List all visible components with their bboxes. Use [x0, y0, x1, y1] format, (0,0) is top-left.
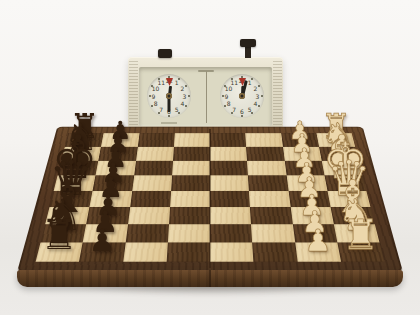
dial-tick — [185, 105, 187, 107]
clock-button-left[interactable] — [158, 49, 172, 58]
dial-numeral-9: 9 — [223, 93, 231, 100]
dial-tick — [151, 105, 153, 107]
dial-center-cap — [166, 93, 172, 99]
clock-button-right[interactable] — [240, 39, 256, 47]
square-c6[interactable] — [128, 207, 170, 224]
dial-tick — [178, 78, 180, 80]
square-g4[interactable] — [210, 147, 247, 161]
square-g6[interactable] — [136, 147, 174, 161]
dial-tick — [251, 78, 253, 80]
square-g3[interactable] — [246, 147, 284, 161]
square-h5[interactable] — [174, 133, 210, 146]
square-a5[interactable] — [166, 242, 210, 261]
dial-tick — [168, 76, 170, 78]
square-b3[interactable] — [251, 224, 295, 242]
dial-tick — [251, 112, 253, 114]
piece-white-pawn[interactable]: ♟ — [304, 226, 331, 256]
dial-tick — [158, 112, 160, 114]
dial-tick — [241, 115, 243, 117]
square-b5[interactable] — [168, 224, 210, 242]
square-a6[interactable] — [123, 242, 168, 261]
piece-black-pawn[interactable]: ♟ — [89, 226, 116, 256]
dial-tick — [258, 85, 260, 87]
square-a3[interactable] — [252, 242, 297, 261]
square-d5[interactable] — [170, 191, 210, 207]
dial-tick — [231, 112, 233, 114]
square-b6[interactable] — [125, 224, 169, 242]
square-d6[interactable] — [130, 191, 171, 207]
chess-clock: 123456789101112 123456789101112 — [128, 57, 283, 129]
square-h6[interactable] — [137, 133, 174, 146]
clock-divider — [206, 71, 207, 123]
square-e3[interactable] — [248, 175, 288, 190]
dial-tick — [178, 112, 180, 114]
square-e6[interactable] — [132, 175, 172, 190]
clock-dial-right: 123456789101112 — [220, 74, 264, 118]
dial-tick — [185, 85, 187, 87]
square-b4[interactable] — [210, 224, 252, 242]
square-f3[interactable] — [247, 161, 286, 176]
square-f6[interactable] — [134, 161, 173, 176]
dial-tick — [222, 95, 224, 97]
dial-tick — [149, 95, 151, 97]
clock-face-panel: 123456789101112 123456789101112 — [139, 67, 272, 126]
square-f5[interactable] — [172, 161, 210, 176]
piece-black-rook[interactable]: ♜ — [41, 214, 78, 256]
piece-white-rook[interactable]: ♜ — [342, 214, 379, 256]
dial-tick — [188, 95, 190, 97]
clock-rib-right — [273, 61, 282, 125]
square-d3[interactable] — [249, 191, 290, 207]
clock-text-mark — [161, 122, 177, 124]
square-e5[interactable] — [171, 175, 210, 190]
square-d4[interactable] — [210, 191, 250, 207]
dial-tick — [261, 95, 263, 97]
board-side-edge — [17, 270, 403, 287]
square-a4[interactable] — [210, 242, 254, 261]
board-side-seam — [209, 270, 211, 287]
chess-set-photo: 123456789101112 123456789101112 ♜♞♝♛♚♝♞♜… — [0, 0, 420, 315]
dial-center-cap — [239, 93, 245, 99]
dial-tick — [241, 76, 243, 78]
dial-tick — [258, 105, 260, 107]
square-h3[interactable] — [245, 133, 282, 146]
square-c3[interactable] — [250, 207, 292, 224]
dial-tick — [224, 105, 226, 107]
dial-numeral-6: 6 — [238, 108, 246, 115]
square-h4[interactable] — [210, 133, 246, 146]
square-g5[interactable] — [173, 147, 210, 161]
square-c5[interactable] — [169, 207, 210, 224]
dial-numeral-9: 9 — [150, 93, 158, 100]
board-fold-seam — [209, 129, 211, 268]
square-e4[interactable] — [210, 175, 249, 190]
dial-tick — [168, 115, 170, 117]
square-f4[interactable] — [210, 161, 248, 176]
clock-dial-left: 123456789101112 — [147, 74, 191, 118]
square-c4[interactable] — [210, 207, 251, 224]
